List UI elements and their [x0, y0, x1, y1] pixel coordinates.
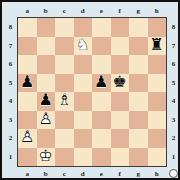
square-a7[interactable]	[18, 37, 37, 56]
file-label-h: h	[148, 4, 167, 17]
square-c4[interactable]: ♝♗	[55, 92, 74, 111]
white-king-b1[interactable]: ♚♔	[37, 148, 55, 166]
rank-label-5: 5	[167, 74, 180, 93]
file-labels-bottom: abcdefgh	[18, 167, 166, 180]
rank-label-7: 7	[4, 37, 17, 56]
rank-label-5: 5	[4, 74, 17, 93]
file-label-c: c	[55, 167, 74, 180]
file-label-g: g	[129, 167, 148, 180]
piece-glyph: ♗	[57, 93, 71, 109]
square-h2[interactable]	[148, 129, 167, 148]
file-label-b: b	[37, 4, 56, 17]
square-g4[interactable]	[129, 92, 148, 111]
square-b3[interactable]: ♟♙	[37, 111, 56, 130]
black-pawn-a5[interactable]: ♟	[18, 74, 36, 92]
square-a5[interactable]: ♟	[18, 74, 37, 93]
file-label-d: d	[74, 4, 93, 17]
rank-label-3: 3	[4, 111, 17, 130]
square-h6[interactable]	[148, 55, 167, 74]
square-f3[interactable]	[111, 111, 130, 130]
chess-diagram: abcdefgh abcdefgh 87654321 87654321 ♞♘♜♟…	[0, 0, 180, 180]
rank-label-6: 6	[4, 55, 17, 74]
piece-glyph: ♚	[113, 74, 127, 90]
square-c7[interactable]	[55, 37, 74, 56]
rank-label-7: 7	[167, 37, 180, 56]
rank-label-4: 4	[4, 92, 17, 111]
rank-label-6: 6	[167, 55, 180, 74]
square-e8[interactable]	[92, 18, 111, 37]
square-d8[interactable]	[74, 18, 93, 37]
square-a4[interactable]	[18, 92, 37, 111]
square-b2[interactable]	[37, 129, 56, 148]
file-labels-top: abcdefgh	[18, 4, 166, 17]
rank-label-1: 1	[4, 148, 17, 167]
black-pawn-e5[interactable]: ♟	[92, 74, 110, 92]
piece-glyph: ♔	[39, 148, 53, 164]
square-g6[interactable]	[129, 55, 148, 74]
square-a2[interactable]: ♟♙	[18, 129, 37, 148]
rank-label-3: 3	[167, 111, 180, 130]
square-f5[interactable]: ♚	[111, 74, 130, 93]
black-rook-h7[interactable]: ♜	[148, 37, 166, 55]
square-g8[interactable]	[129, 18, 148, 37]
square-h4[interactable]	[148, 92, 167, 111]
square-a1[interactable]	[18, 148, 37, 167]
rank-label-2: 2	[4, 129, 17, 148]
piece-glyph: ♙	[39, 111, 53, 127]
file-label-b: b	[37, 167, 56, 180]
square-g2[interactable]	[129, 129, 148, 148]
square-b1[interactable]: ♚♔	[37, 148, 56, 167]
square-f8[interactable]	[111, 18, 130, 37]
square-e1[interactable]	[92, 148, 111, 167]
square-h8[interactable]	[148, 18, 167, 37]
square-a3[interactable]	[18, 111, 37, 130]
square-f1[interactable]	[111, 148, 130, 167]
rank-label-4: 4	[167, 92, 180, 111]
file-label-g: g	[129, 4, 148, 17]
square-f7[interactable]	[111, 37, 130, 56]
square-f4[interactable]	[111, 92, 130, 111]
white-pawn-a2[interactable]: ♟♙	[18, 129, 36, 147]
square-d3[interactable]	[74, 111, 93, 130]
white-bishop-c4[interactable]: ♝♗	[55, 92, 73, 110]
square-b5[interactable]	[37, 74, 56, 93]
file-label-c: c	[55, 4, 74, 17]
square-h1[interactable]	[148, 148, 167, 167]
white-to-move-indicator	[169, 169, 178, 178]
chess-board[interactable]: ♞♘♜♟♟♚♟♝♗♟♙♟♙♚♔	[17, 17, 167, 167]
square-g5[interactable]	[129, 74, 148, 93]
black-king-f5[interactable]: ♚	[111, 74, 129, 92]
piece-glyph: ♙	[20, 130, 34, 146]
square-g3[interactable]	[129, 111, 148, 130]
square-b8[interactable]	[37, 18, 56, 37]
square-b6[interactable]	[37, 55, 56, 74]
square-a6[interactable]	[18, 55, 37, 74]
rank-label-1: 1	[167, 148, 180, 167]
square-c6[interactable]	[55, 55, 74, 74]
square-e4[interactable]	[92, 92, 111, 111]
white-knight-d7[interactable]: ♞♘	[74, 37, 92, 55]
square-f6[interactable]	[111, 55, 130, 74]
square-d5[interactable]	[74, 74, 93, 93]
square-f2[interactable]	[111, 129, 130, 148]
file-label-a: a	[18, 167, 37, 180]
square-g1[interactable]	[129, 148, 148, 167]
rank-label-2: 2	[167, 129, 180, 148]
square-d7[interactable]: ♞♘	[74, 37, 93, 56]
piece-glyph: ♟	[94, 74, 108, 90]
square-h5[interactable]	[148, 74, 167, 93]
square-d4[interactable]	[74, 92, 93, 111]
square-d6[interactable]	[74, 55, 93, 74]
square-d2[interactable]	[74, 129, 93, 148]
square-e7[interactable]	[92, 37, 111, 56]
square-e5[interactable]: ♟	[92, 74, 111, 93]
square-b4[interactable]: ♟	[37, 92, 56, 111]
square-d1[interactable]	[74, 148, 93, 167]
piece-glyph: ♟	[20, 74, 34, 90]
black-pawn-b4[interactable]: ♟	[37, 92, 55, 110]
file-label-e: e	[92, 4, 111, 17]
piece-glyph: ♟	[39, 93, 53, 109]
square-g7[interactable]	[129, 37, 148, 56]
square-c8[interactable]	[55, 18, 74, 37]
white-pawn-b3[interactable]: ♟♙	[37, 111, 55, 129]
square-c1[interactable]	[55, 148, 74, 167]
rank-label-8: 8	[167, 18, 180, 37]
square-a8[interactable]	[18, 18, 37, 37]
file-label-f: f	[111, 167, 130, 180]
square-e3[interactable]	[92, 111, 111, 130]
square-h7[interactable]: ♜	[148, 37, 167, 56]
square-c3[interactable]	[55, 111, 74, 130]
square-e6[interactable]	[92, 55, 111, 74]
square-h3[interactable]	[148, 111, 167, 130]
piece-glyph: ♘	[76, 37, 90, 53]
file-label-e: e	[92, 167, 111, 180]
file-label-a: a	[18, 4, 37, 17]
file-label-d: d	[74, 167, 93, 180]
rank-labels-left: 87654321	[4, 18, 17, 166]
file-label-h: h	[148, 167, 167, 180]
rank-label-8: 8	[4, 18, 17, 37]
square-c5[interactable]	[55, 74, 74, 93]
square-b7[interactable]	[37, 37, 56, 56]
square-e2[interactable]	[92, 129, 111, 148]
piece-glyph: ♜	[150, 37, 164, 53]
square-c2[interactable]	[55, 129, 74, 148]
rank-labels-right: 87654321	[167, 18, 180, 166]
file-label-f: f	[111, 4, 130, 17]
